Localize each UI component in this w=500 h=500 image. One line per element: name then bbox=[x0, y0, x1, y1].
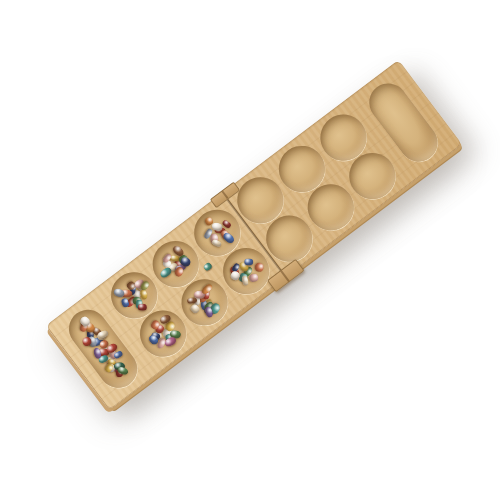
gem-stone bbox=[138, 304, 147, 311]
gem-stone bbox=[249, 273, 259, 283]
product-photo bbox=[0, 0, 500, 500]
gem-stone bbox=[240, 275, 249, 287]
gem-stone bbox=[211, 238, 223, 248]
gem-stone bbox=[244, 259, 253, 266]
gem-stone bbox=[222, 231, 236, 245]
gem-stone bbox=[255, 263, 265, 274]
mancala-board bbox=[46, 60, 463, 411]
